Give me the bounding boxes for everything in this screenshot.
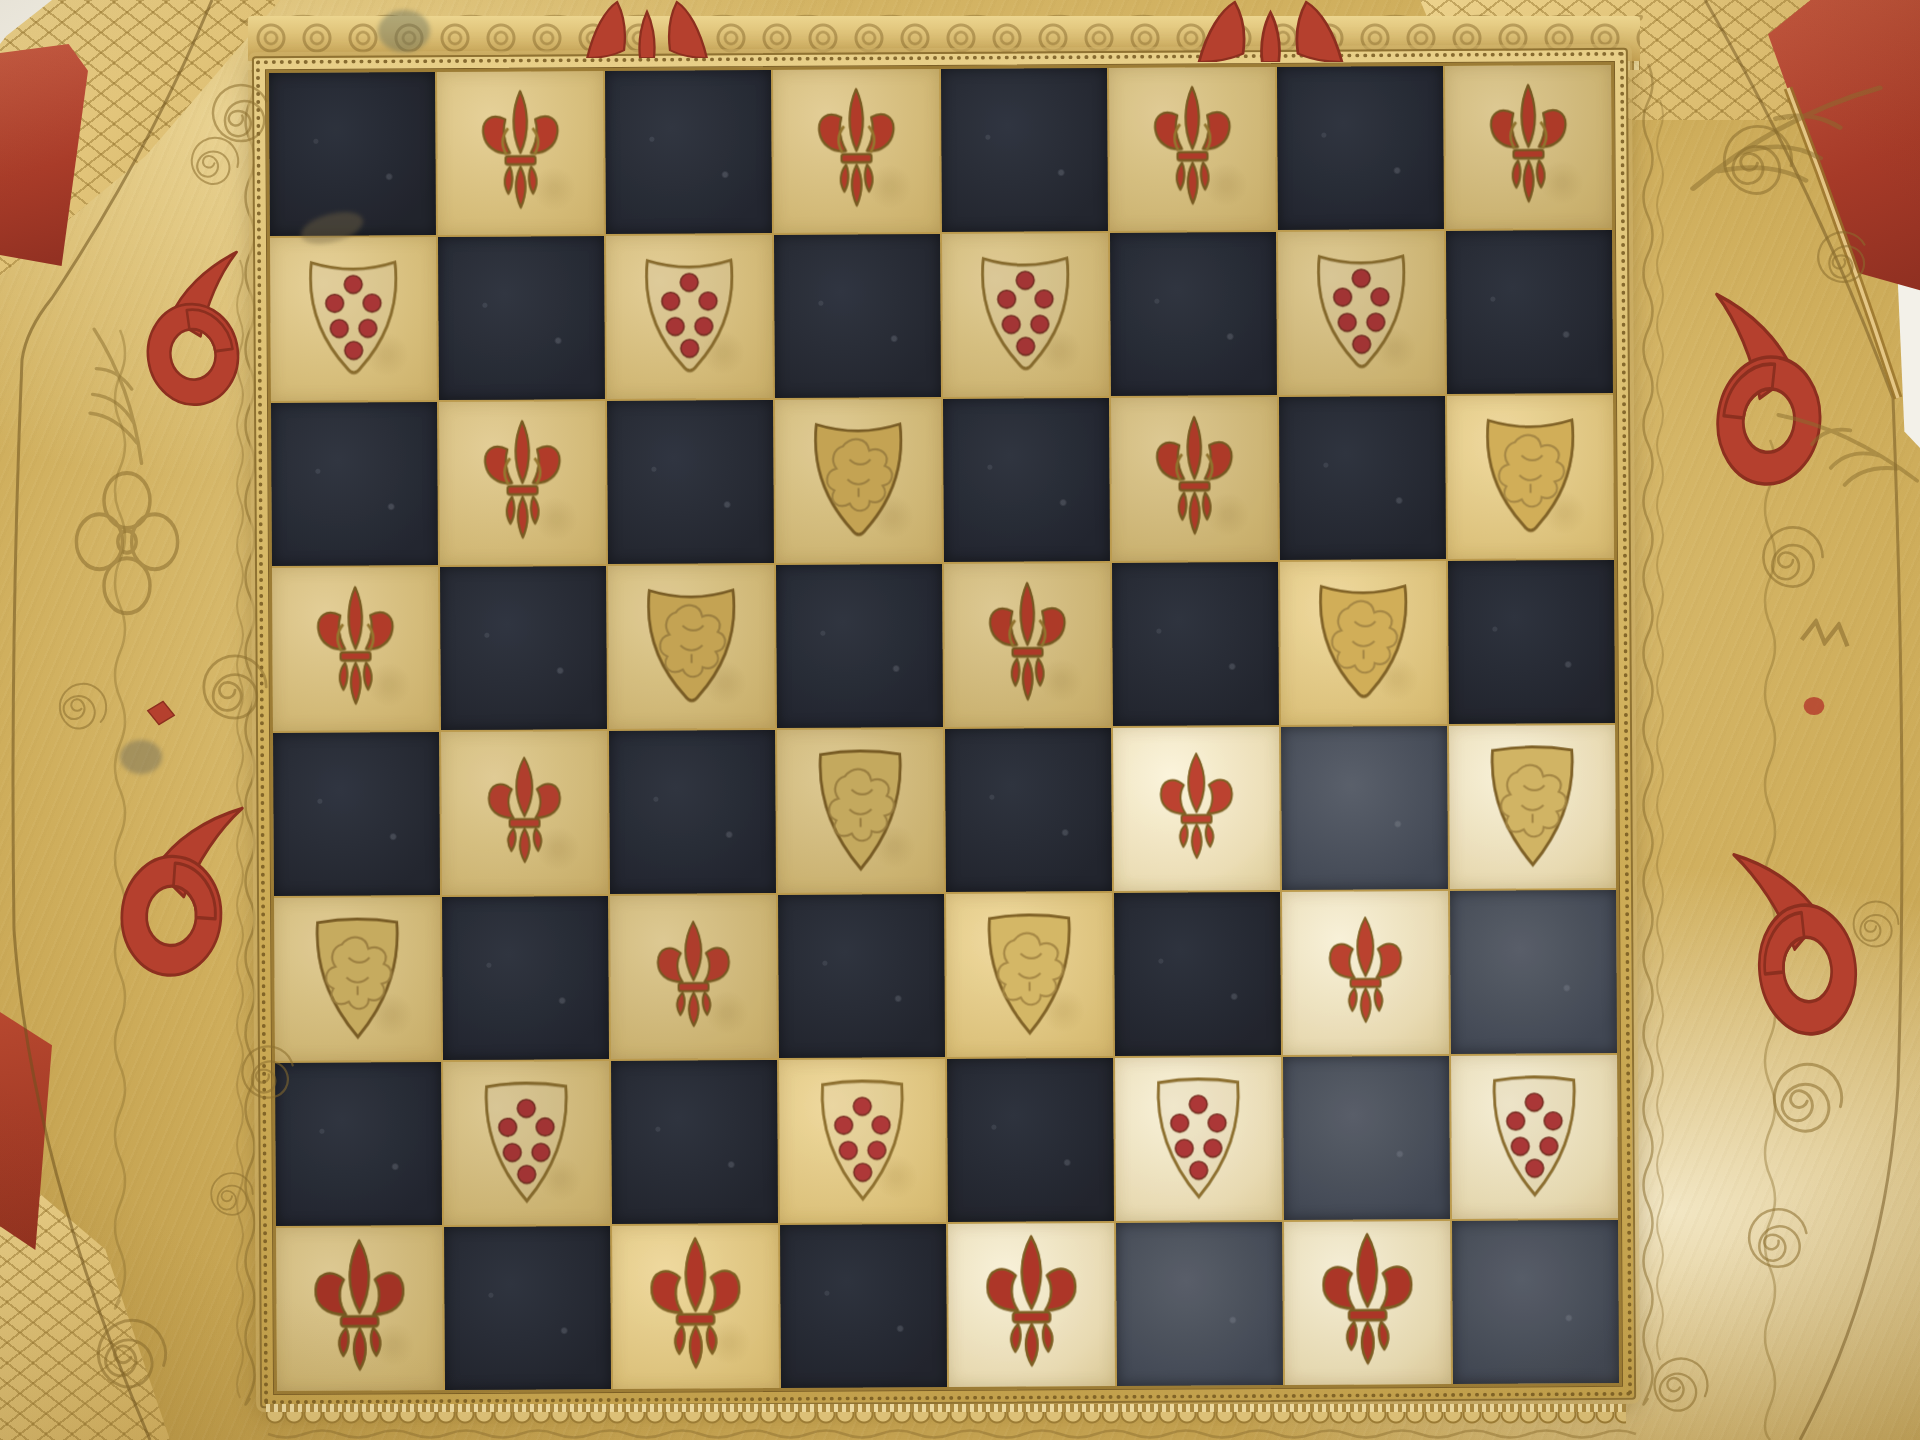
square-h5[interactable] bbox=[1448, 560, 1615, 724]
square-h1[interactable] bbox=[1452, 1220, 1619, 1384]
square-a2[interactable] bbox=[275, 1062, 442, 1226]
fleur-de-lis-icon bbox=[1316, 914, 1415, 1033]
square-e8[interactable] bbox=[941, 68, 1108, 232]
medici-ball-shield-icon bbox=[1142, 1073, 1255, 1206]
giglio-lily-icon bbox=[475, 417, 570, 550]
fleur-de-lis-icon bbox=[1307, 1230, 1428, 1377]
square-b5[interactable] bbox=[440, 566, 607, 730]
square-f2[interactable] bbox=[1115, 1057, 1282, 1221]
gold-spiral-icon bbox=[179, 125, 250, 196]
square-a8[interactable] bbox=[269, 72, 436, 236]
square-f8[interactable] bbox=[1109, 67, 1276, 231]
square-c7[interactable] bbox=[606, 235, 773, 399]
red-scroll-curl-icon bbox=[97, 792, 275, 1001]
medici-ball-shield-icon bbox=[470, 1077, 583, 1210]
square-g3[interactable] bbox=[1282, 891, 1449, 1055]
gold-spiral-icon bbox=[42, 666, 124, 748]
gold-acanthus-frond-icon bbox=[1769, 363, 1920, 526]
giglio-lily-icon bbox=[308, 583, 403, 716]
gold-acanthus-frond-icon bbox=[41, 317, 200, 472]
fleur-de-lis-icon bbox=[635, 1234, 756, 1381]
square-e7[interactable] bbox=[942, 233, 1109, 397]
square-g1[interactable] bbox=[1284, 1221, 1451, 1385]
tarnish-smudge bbox=[120, 740, 162, 774]
gold-spiral-icon bbox=[1637, 1341, 1725, 1429]
square-g6[interactable] bbox=[1279, 396, 1446, 560]
medici-ball-shield-icon bbox=[297, 253, 410, 386]
medici-ball-shield-icon bbox=[633, 251, 746, 384]
fleur-de-lis-icon bbox=[644, 918, 743, 1037]
gold-quatrefoil-icon bbox=[58, 462, 196, 627]
giglio-lily-icon bbox=[980, 579, 1075, 712]
square-f4[interactable] bbox=[1113, 727, 1280, 891]
square-e2[interactable] bbox=[947, 1058, 1114, 1222]
square-d2[interactable] bbox=[779, 1059, 946, 1223]
engraved-squiggle-icon bbox=[1798, 617, 1853, 650]
square-b3[interactable] bbox=[442, 896, 609, 1060]
square-a7[interactable] bbox=[270, 237, 437, 401]
gold-shield-icon bbox=[804, 745, 917, 878]
square-c1[interactable] bbox=[612, 1225, 779, 1389]
square-e5[interactable] bbox=[944, 563, 1111, 727]
square-a1[interactable] bbox=[276, 1227, 443, 1391]
medici-ball-shield-icon bbox=[969, 249, 1082, 382]
square-d5[interactable] bbox=[776, 564, 943, 728]
square-c6[interactable] bbox=[607, 400, 774, 564]
gold-shield-icon bbox=[1474, 411, 1587, 544]
red-dot-icon bbox=[1798, 692, 1830, 720]
square-e4[interactable] bbox=[945, 728, 1112, 892]
square-e1[interactable] bbox=[948, 1223, 1115, 1387]
fleur-de-lis-icon bbox=[971, 1232, 1092, 1379]
square-h6[interactable] bbox=[1447, 395, 1614, 559]
giglio-lily-icon bbox=[1145, 83, 1240, 216]
square-b4[interactable] bbox=[441, 731, 608, 895]
square-f3[interactable] bbox=[1114, 892, 1281, 1056]
medici-ball-shield-icon bbox=[1305, 247, 1418, 380]
giglio-lily-icon bbox=[809, 85, 904, 218]
square-c5[interactable] bbox=[608, 565, 775, 729]
square-f1[interactable] bbox=[1116, 1222, 1283, 1386]
square-d7[interactable] bbox=[774, 234, 941, 398]
square-h8[interactable] bbox=[1445, 65, 1612, 229]
square-f7[interactable] bbox=[1110, 232, 1277, 396]
red-band-icon bbox=[0, 44, 88, 266]
fleur-de-lis-icon bbox=[299, 1236, 420, 1383]
red-scroll-curl-icon bbox=[1701, 834, 1883, 1065]
giglio-lily-icon bbox=[473, 87, 568, 220]
red-scroll-curl-icon bbox=[1661, 284, 1852, 513]
square-b1[interactable] bbox=[444, 1226, 611, 1390]
gold-shield-icon bbox=[301, 913, 414, 1046]
square-c3[interactable] bbox=[610, 895, 777, 1059]
square-e3[interactable] bbox=[946, 893, 1113, 1057]
square-g5[interactable] bbox=[1280, 561, 1447, 725]
square-b6[interactable] bbox=[439, 401, 606, 565]
giglio-lily-icon bbox=[1147, 413, 1242, 546]
square-d4[interactable] bbox=[777, 729, 944, 893]
square-h2[interactable] bbox=[1451, 1055, 1618, 1219]
fleur-de-lis-icon bbox=[1147, 750, 1246, 869]
square-d6[interactable] bbox=[775, 399, 942, 563]
square-c2[interactable] bbox=[611, 1060, 778, 1224]
square-c8[interactable] bbox=[605, 70, 772, 234]
board-rim-beading bbox=[252, 48, 1636, 1408]
square-c4[interactable] bbox=[609, 730, 776, 894]
square-g4[interactable] bbox=[1281, 726, 1448, 890]
red-diamond-icon bbox=[144, 698, 178, 729]
gilt-tray-background bbox=[0, 0, 1920, 1440]
square-d8[interactable] bbox=[773, 69, 940, 233]
square-g2[interactable] bbox=[1283, 1056, 1450, 1220]
square-f5[interactable] bbox=[1112, 562, 1279, 726]
square-a6[interactable] bbox=[271, 402, 438, 566]
gold-shield-icon bbox=[635, 581, 748, 714]
gold-spiral-icon bbox=[1709, 111, 1806, 208]
square-d1[interactable] bbox=[780, 1224, 947, 1388]
square-h4[interactable] bbox=[1449, 725, 1616, 889]
square-h3[interactable] bbox=[1450, 890, 1617, 1054]
medici-ball-shield-icon bbox=[806, 1075, 919, 1208]
square-g8[interactable] bbox=[1277, 66, 1444, 230]
square-b2[interactable] bbox=[443, 1061, 610, 1225]
gold-shield-icon bbox=[802, 415, 915, 548]
square-b8[interactable] bbox=[437, 71, 604, 235]
fleur-de-lis-icon bbox=[475, 754, 574, 873]
gold-spiral-icon bbox=[1736, 1196, 1819, 1279]
tarnish-smudge bbox=[378, 10, 430, 52]
square-f6[interactable] bbox=[1111, 397, 1278, 561]
square-a5[interactable] bbox=[272, 567, 439, 731]
gold-spiral-icon bbox=[1756, 520, 1830, 594]
square-g7[interactable] bbox=[1278, 231, 1445, 395]
gold-shield-icon bbox=[1307, 577, 1420, 710]
square-e6[interactable] bbox=[943, 398, 1110, 562]
gold-spiral-icon bbox=[206, 1168, 258, 1220]
chess-board bbox=[266, 62, 1622, 1394]
giglio-lily-icon bbox=[1481, 81, 1576, 214]
square-a4[interactable] bbox=[273, 732, 440, 896]
square-a3[interactable] bbox=[274, 897, 441, 1061]
gold-shield-icon bbox=[973, 909, 1086, 1042]
gold-spiral-icon bbox=[1757, 1047, 1860, 1150]
gold-spiral-icon bbox=[1848, 896, 1904, 952]
square-h7[interactable] bbox=[1446, 230, 1613, 394]
gold-shield-icon bbox=[1476, 741, 1589, 874]
pearl-beading-icon bbox=[266, 1404, 1626, 1434]
red-corner-swath-icon bbox=[1768, 0, 1920, 312]
square-b7[interactable] bbox=[438, 236, 605, 400]
medici-ball-shield-icon bbox=[1478, 1071, 1591, 1204]
square-d3[interactable] bbox=[778, 894, 945, 1058]
